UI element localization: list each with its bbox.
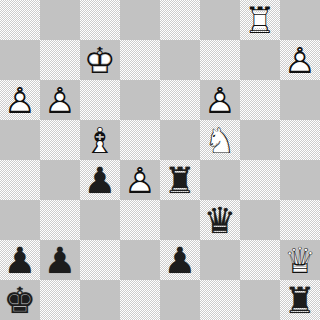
piece-black-pawn: ♟ bbox=[80, 160, 120, 200]
square-d2[interactable] bbox=[120, 240, 160, 280]
square-b4[interactable] bbox=[40, 160, 80, 200]
square-f4[interactable] bbox=[200, 160, 240, 200]
piece-white-pawn: ♟♙ bbox=[40, 80, 80, 120]
square-c5[interactable]: ♝♗ bbox=[80, 120, 120, 160]
piece-black-pawn: ♟ bbox=[0, 240, 40, 280]
square-c1[interactable] bbox=[80, 280, 120, 320]
piece-black-pawn: ♟ bbox=[160, 240, 200, 280]
square-f8[interactable] bbox=[200, 0, 240, 40]
black-pawn-glyph-fill: ♟ bbox=[80, 160, 120, 200]
square-e5[interactable] bbox=[160, 120, 200, 160]
white-pawn-glyph-outline: ♙ bbox=[200, 80, 240, 120]
piece-black-rook: ♜ bbox=[280, 280, 320, 320]
square-g2[interactable] bbox=[240, 240, 280, 280]
piece-white-rook: ♜♖ bbox=[240, 0, 280, 40]
black-king-glyph-fill: ♚ bbox=[0, 280, 40, 320]
square-f6[interactable]: ♟♙ bbox=[200, 80, 240, 120]
square-c8[interactable] bbox=[80, 0, 120, 40]
square-a8[interactable] bbox=[0, 0, 40, 40]
square-h5[interactable] bbox=[280, 120, 320, 160]
square-h7[interactable]: ♟♙ bbox=[280, 40, 320, 80]
square-e1[interactable] bbox=[160, 280, 200, 320]
square-c6[interactable] bbox=[80, 80, 120, 120]
square-a6[interactable]: ♟♙ bbox=[0, 80, 40, 120]
piece-white-king: ♚♔ bbox=[80, 40, 120, 80]
piece-white-bishop: ♝♗ bbox=[80, 120, 120, 160]
square-e4[interactable]: ♜ bbox=[160, 160, 200, 200]
square-f2[interactable] bbox=[200, 240, 240, 280]
white-rook-glyph-outline: ♖ bbox=[240, 0, 280, 40]
square-d6[interactable] bbox=[120, 80, 160, 120]
square-g5[interactable] bbox=[240, 120, 280, 160]
square-d8[interactable] bbox=[120, 0, 160, 40]
black-rook-glyph-fill: ♜ bbox=[160, 160, 200, 200]
square-b1[interactable] bbox=[40, 280, 80, 320]
square-a1[interactable]: ♚ bbox=[0, 280, 40, 320]
square-e8[interactable] bbox=[160, 0, 200, 40]
square-b6[interactable]: ♟♙ bbox=[40, 80, 80, 120]
square-c3[interactable] bbox=[80, 200, 120, 240]
square-h4[interactable] bbox=[280, 160, 320, 200]
white-pawn-glyph-outline: ♙ bbox=[280, 40, 320, 80]
piece-white-pawn: ♟♙ bbox=[0, 80, 40, 120]
white-pawn-glyph-outline: ♙ bbox=[0, 80, 40, 120]
square-h8[interactable] bbox=[280, 0, 320, 40]
piece-black-queen: ♛ bbox=[200, 200, 240, 240]
white-knight-glyph-outline: ♘ bbox=[200, 120, 240, 160]
black-rook-glyph-fill: ♜ bbox=[280, 280, 320, 320]
square-b3[interactable] bbox=[40, 200, 80, 240]
black-pawn-glyph-fill: ♟ bbox=[160, 240, 200, 280]
piece-white-pawn: ♟♙ bbox=[280, 40, 320, 80]
square-d4[interactable]: ♟♙ bbox=[120, 160, 160, 200]
black-queen-glyph-fill: ♛ bbox=[200, 200, 240, 240]
square-b2[interactable]: ♟ bbox=[40, 240, 80, 280]
square-d3[interactable] bbox=[120, 200, 160, 240]
black-pawn-glyph-fill: ♟ bbox=[0, 240, 40, 280]
piece-black-pawn: ♟ bbox=[40, 240, 80, 280]
square-f5[interactable]: ♞♘ bbox=[200, 120, 240, 160]
piece-white-queen: ♛♕ bbox=[280, 240, 320, 280]
square-f1[interactable] bbox=[200, 280, 240, 320]
square-g7[interactable] bbox=[240, 40, 280, 80]
white-pawn-glyph-outline: ♙ bbox=[120, 160, 160, 200]
square-d5[interactable] bbox=[120, 120, 160, 160]
piece-black-king: ♚ bbox=[0, 280, 40, 320]
square-h2[interactable]: ♛♕ bbox=[280, 240, 320, 280]
square-e3[interactable] bbox=[160, 200, 200, 240]
white-king-glyph-outline: ♔ bbox=[80, 40, 120, 80]
square-b5[interactable] bbox=[40, 120, 80, 160]
square-f3[interactable]: ♛ bbox=[200, 200, 240, 240]
square-h1[interactable]: ♜ bbox=[280, 280, 320, 320]
square-a5[interactable] bbox=[0, 120, 40, 160]
square-d7[interactable] bbox=[120, 40, 160, 80]
square-a2[interactable]: ♟ bbox=[0, 240, 40, 280]
piece-white-knight: ♞♘ bbox=[200, 120, 240, 160]
square-e2[interactable]: ♟ bbox=[160, 240, 200, 280]
white-queen-glyph-outline: ♕ bbox=[280, 240, 320, 280]
square-b8[interactable] bbox=[40, 0, 80, 40]
black-pawn-glyph-fill: ♟ bbox=[40, 240, 80, 280]
square-c7[interactable]: ♚♔ bbox=[80, 40, 120, 80]
piece-white-pawn: ♟♙ bbox=[120, 160, 160, 200]
chess-board: ♜♖♚♔♟♙♟♙♟♙♟♙♝♗♞♘♟♟♙♜♛♟♟♟♛♕♚♜ bbox=[0, 0, 320, 320]
square-a4[interactable] bbox=[0, 160, 40, 200]
square-c4[interactable]: ♟ bbox=[80, 160, 120, 200]
square-e7[interactable] bbox=[160, 40, 200, 80]
square-f7[interactable] bbox=[200, 40, 240, 80]
square-b7[interactable] bbox=[40, 40, 80, 80]
square-g3[interactable] bbox=[240, 200, 280, 240]
square-a7[interactable] bbox=[0, 40, 40, 80]
square-h3[interactable] bbox=[280, 200, 320, 240]
square-c2[interactable] bbox=[80, 240, 120, 280]
square-g6[interactable] bbox=[240, 80, 280, 120]
square-h6[interactable] bbox=[280, 80, 320, 120]
square-g1[interactable] bbox=[240, 280, 280, 320]
square-g8[interactable]: ♜♖ bbox=[240, 0, 280, 40]
square-a3[interactable] bbox=[0, 200, 40, 240]
white-bishop-glyph-outline: ♗ bbox=[80, 120, 120, 160]
piece-white-pawn: ♟♙ bbox=[200, 80, 240, 120]
square-g4[interactable] bbox=[240, 160, 280, 200]
piece-black-rook: ♜ bbox=[160, 160, 200, 200]
square-d1[interactable] bbox=[120, 280, 160, 320]
white-pawn-glyph-outline: ♙ bbox=[40, 80, 80, 120]
square-e6[interactable] bbox=[160, 80, 200, 120]
